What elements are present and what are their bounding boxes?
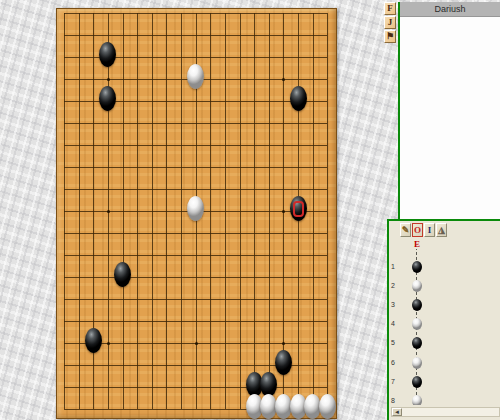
move-number: 1 <box>391 263 405 270</box>
go-board[interactable] <box>56 8 337 419</box>
tree-move-3-black-stone[interactable] <box>412 299 422 311</box>
move-number: 5 <box>391 339 405 346</box>
go-client-window: FJ⚑ Dariush ✎OI◮ E12345678 ◄ <box>0 0 500 420</box>
tool-ibeam-icon[interactable]: I <box>424 223 435 237</box>
star-point <box>282 78 285 81</box>
tree-move-6-white-stone[interactable] <box>412 357 422 369</box>
tree-move-5-black-stone[interactable] <box>412 337 422 349</box>
move-number: 4 <box>391 320 405 327</box>
grid-line-vertical <box>327 13 328 409</box>
black-stone-E7[interactable] <box>114 262 131 287</box>
j-button[interactable]: J <box>384 16 396 29</box>
grid-line-vertical <box>210 13 211 409</box>
tree-move-8-white-stone[interactable] <box>412 395 422 405</box>
grid-line-horizontal <box>64 321 327 322</box>
flag-button[interactable]: ⚑ <box>384 30 396 43</box>
white-stone-K16[interactable] <box>187 64 204 89</box>
grid-line-vertical <box>225 13 226 409</box>
tool-diagram-icon[interactable]: ◮ <box>436 223 447 237</box>
tool-pencil-icon[interactable]: ✎ <box>400 223 411 237</box>
tree-move-2-white-stone[interactable] <box>412 280 422 292</box>
move-tree: E12345678 <box>389 239 500 405</box>
scroll-left-button[interactable]: ◄ <box>392 408 402 416</box>
star-point <box>107 210 110 213</box>
grid-line-vertical <box>254 13 255 409</box>
black-stone-Q3[interactable] <box>275 350 292 375</box>
tree-move-4-white-stone[interactable] <box>412 318 422 330</box>
grid-line-horizontal <box>64 299 327 300</box>
tool-circle-icon[interactable]: O <box>412 223 423 237</box>
f-button[interactable]: F <box>384 2 396 15</box>
grid-line-vertical <box>269 13 270 409</box>
white-stone-K10[interactable] <box>187 196 204 221</box>
move-number: 3 <box>391 301 405 308</box>
grid-line-horizontal <box>64 233 327 234</box>
opponent-name: Dariush <box>434 4 465 14</box>
tree-horizontal-scrollbar[interactable]: ◄ <box>391 407 500 417</box>
grid-line-horizontal <box>64 387 327 388</box>
last-move-marker <box>293 201 304 217</box>
grid-line-vertical <box>240 13 241 409</box>
black-stone-D17[interactable] <box>99 42 116 67</box>
move-tree-panel: ✎OI◮ E12345678 ◄ <box>387 219 500 420</box>
black-stone-C4[interactable] <box>85 328 102 353</box>
grid-line-horizontal <box>64 277 327 278</box>
move-number: 6 <box>391 359 405 366</box>
tree-move-7-black-stone[interactable] <box>412 376 422 388</box>
move-number: 2 <box>391 282 405 289</box>
tree-root-label[interactable]: E <box>411 239 423 249</box>
star-point <box>107 342 110 345</box>
black-stone-R10[interactable] <box>290 196 307 221</box>
move-number: 7 <box>391 378 405 385</box>
white-stone-T1[interactable] <box>319 394 336 419</box>
star-point <box>107 78 110 81</box>
black-stone-D15[interactable] <box>99 86 116 111</box>
grid-line-vertical <box>313 13 314 409</box>
tree-move-1-black-stone[interactable] <box>412 261 422 273</box>
move-number: 8 <box>391 397 405 404</box>
opponent-title-bar: Dariush <box>400 2 500 17</box>
black-stone-R15[interactable] <box>290 86 307 111</box>
tree-toolbar: ✎OI◮ <box>400 223 448 237</box>
chat-panel: Dariush <box>400 2 500 220</box>
star-point <box>195 342 198 345</box>
side-button-strip: FJ⚑ <box>384 2 397 44</box>
grid-line-horizontal <box>64 255 327 256</box>
